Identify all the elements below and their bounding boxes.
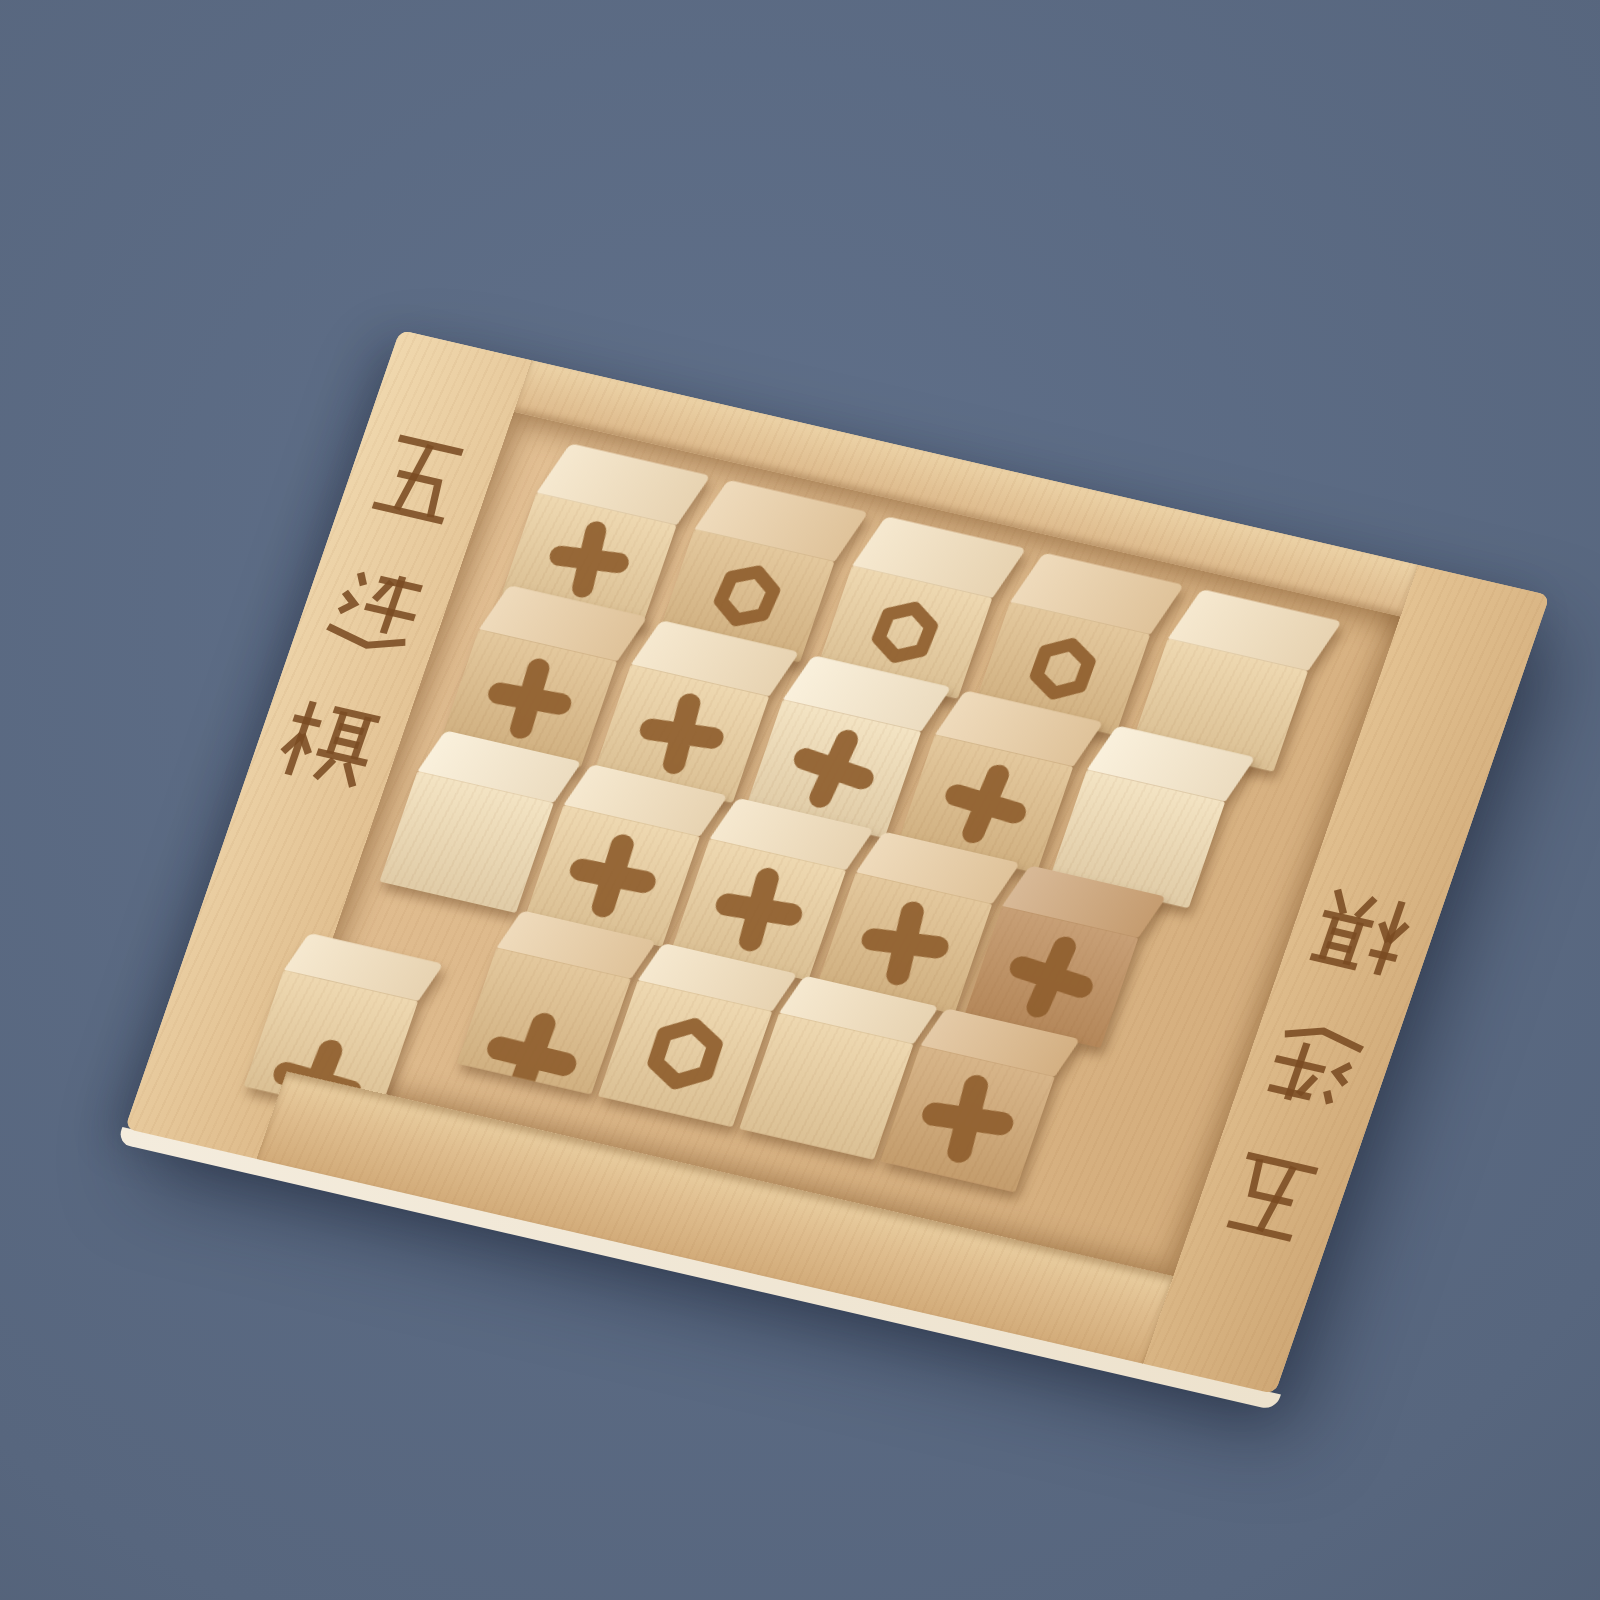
cross-icon [902,1065,1032,1172]
cross-icon [463,647,597,750]
char-wu-icon [357,422,482,535]
cross-icon [616,684,748,784]
cross-icon [546,822,680,930]
hexagon-ring-icon [618,997,753,1110]
left-rim-title: 五连棋 [400,330,401,331]
char-qi-icon [265,688,390,801]
cross-icon [981,918,1121,1035]
cross-icon [463,998,600,1094]
char-wu-icon [1208,1142,1333,1255]
char-qi-icon [1300,875,1425,988]
game-tray: 五连棋 五连棋 [125,330,1550,1394]
cross-icon [840,893,970,994]
scene: { "game": "五连棋 (Wu Lian Qi - wooden five… [0,0,1600,1600]
char-lian-icon [311,555,436,668]
cross-icon [693,857,825,961]
char-lian-icon [1254,1009,1379,1122]
